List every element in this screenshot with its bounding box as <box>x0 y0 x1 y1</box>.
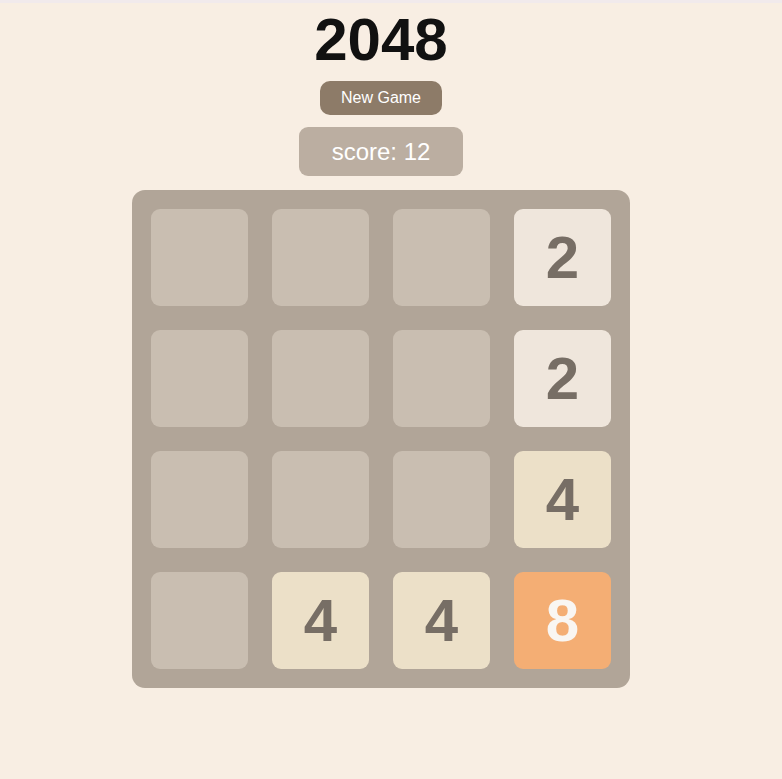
empty-cell <box>151 572 248 669</box>
page-title: 2048 <box>314 7 447 73</box>
new-game-button[interactable]: New Game <box>320 81 442 115</box>
empty-cell <box>393 209 490 306</box>
empty-cell <box>393 451 490 548</box>
tile-4: 4 <box>272 572 369 669</box>
empty-cell <box>272 330 369 427</box>
empty-cell <box>151 451 248 548</box>
tile-8: 8 <box>514 572 611 669</box>
empty-cell <box>272 451 369 548</box>
empty-cell <box>272 209 369 306</box>
tile-2: 2 <box>514 209 611 306</box>
tile-4: 4 <box>393 572 490 669</box>
empty-cell <box>393 330 490 427</box>
tile-2: 2 <box>514 330 611 427</box>
score-badge: score: 12 <box>299 127 464 176</box>
empty-cell <box>151 330 248 427</box>
page: 2048 New Game score: 12 224448 <box>0 3 762 688</box>
empty-cell <box>151 209 248 306</box>
board: 224448 <box>132 190 630 688</box>
tile-4: 4 <box>514 451 611 548</box>
